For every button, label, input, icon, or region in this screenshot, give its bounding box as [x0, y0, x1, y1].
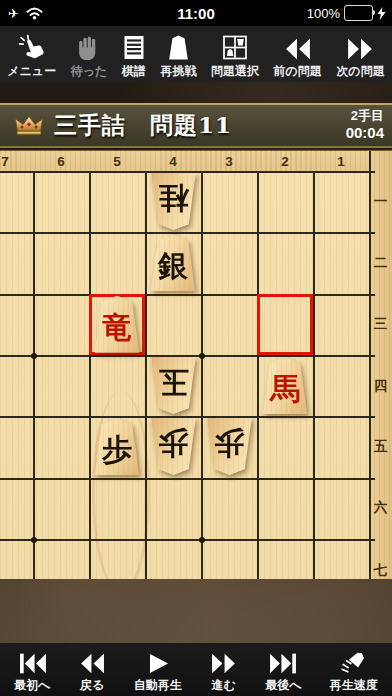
record-document-icon: [122, 33, 146, 61]
charging-bolt-icon: [377, 7, 386, 20]
square-5三[interactable]: 竜: [89, 294, 145, 355]
grid-hline: [0, 294, 375, 296]
previous-problem-button[interactable]: 前の問題: [274, 28, 322, 80]
skip-to-start-icon: [18, 652, 47, 675]
file-label-5: 5: [89, 151, 145, 171]
step-back-button[interactable]: 戻る: [79, 646, 106, 694]
shogi-piece-歩-3五[interactable]: 歩: [205, 418, 254, 475]
puzzle-header: 三手詰 問題11 2手目 00:04: [0, 103, 392, 148]
shogi-piece-玉-4四[interactable]: 玉: [149, 357, 198, 414]
square-5五[interactable]: 歩: [89, 416, 145, 477]
shogi-piece-歩-4五[interactable]: 歩: [149, 418, 198, 475]
grid-hline: [0, 539, 375, 541]
double-right-arrow-icon: [346, 33, 374, 61]
auto-play-label: 自動再生: [134, 677, 182, 694]
go-to-last-label: 最後へ: [265, 677, 301, 694]
square-4二[interactable]: 銀: [145, 232, 201, 293]
skip-to-end-icon: [269, 652, 298, 675]
next-problem-button[interactable]: 次の問題: [336, 28, 384, 80]
retry-label: 再挑戦: [160, 63, 196, 80]
piece-body: 桂: [149, 173, 198, 230]
shogi-piece-銀-4二[interactable]: 銀: [149, 234, 198, 291]
timer: 00:04: [346, 124, 384, 143]
rank-label-6: 六: [369, 478, 392, 539]
piece-kanji: 歩: [158, 428, 188, 458]
tap-hand-icon: [18, 33, 45, 61]
go-to-first-label: 最初へ: [14, 677, 50, 694]
next-problem-label: 次の問題: [336, 63, 384, 80]
playback-toolbar: 最初へ 戻る 自動再生 進む 最後へ: [0, 643, 392, 696]
star-point: [31, 537, 37, 543]
square-3五[interactable]: 歩: [201, 416, 257, 477]
undo-label: 待った: [71, 63, 108, 80]
shogi-piece-桂-4一[interactable]: 桂: [149, 173, 198, 230]
app-screen: ✈ 11:00 100%: [0, 0, 392, 696]
game-record-label: 棋譜: [122, 63, 146, 80]
star-point: [199, 537, 205, 543]
shogi-piece-竜-5三[interactable]: 竜: [93, 296, 142, 353]
menu-button[interactable]: メニュー: [7, 28, 56, 80]
file-label-4: 4: [145, 151, 201, 171]
piece-body: 歩: [149, 418, 198, 475]
problem-select-button[interactable]: 問題選択: [211, 28, 259, 80]
shogi-board[interactable]: 7654321一二三四五六七桂銀竜玉馬歩歩歩: [0, 150, 392, 579]
piece-body: 歩: [205, 418, 254, 475]
flying-piece-icon: [340, 650, 367, 675]
fast-forward-icon: [210, 652, 237, 675]
piece-body: 銀: [149, 234, 198, 291]
rank-label-4: 四: [369, 355, 392, 416]
move-highlight-2三: [257, 294, 313, 355]
square-4四[interactable]: 玉: [145, 355, 201, 416]
rank-label-5: 五: [369, 416, 392, 477]
undo-button[interactable]: 待った: [71, 28, 108, 80]
main-area: 三手詰 問題11 2手目 00:04 7654321一二三四五六七桂銀竜玉馬歩歩…: [0, 82, 392, 643]
file-label-1: 1: [313, 151, 369, 171]
file-label-3: 3: [201, 151, 257, 171]
piece-kanji: 玉: [158, 367, 188, 397]
piece-body: 竜: [93, 296, 142, 353]
piece-body: 歩: [93, 418, 142, 475]
square-4一[interactable]: 桂: [145, 171, 201, 232]
battery-icon: [344, 5, 373, 21]
shogi-piece-歩-5五[interactable]: 歩: [93, 418, 142, 475]
rank-label-1: 一: [369, 171, 392, 232]
step-forward-label: 進む: [211, 677, 235, 694]
step-forward-button[interactable]: 進む: [210, 646, 237, 694]
battery-percent: 100%: [307, 6, 340, 21]
playback-speed-button[interactable]: 再生速度: [330, 646, 378, 694]
double-left-arrow-icon: [284, 33, 312, 61]
piece-kanji: 馬: [270, 374, 300, 404]
piece-kanji: 竜: [102, 313, 132, 343]
square-4五[interactable]: 歩: [145, 416, 201, 477]
problem-select-label: 問題選択: [211, 63, 259, 80]
move-counter: 2手目: [346, 108, 384, 124]
grid-vline-right-edge: [369, 151, 371, 579]
piece-kanji: 桂: [158, 183, 188, 213]
top-toolbar: メニュー 待った: [0, 26, 392, 82]
piece-kanji: 歩: [102, 435, 132, 465]
rank-label-2: 二: [369, 232, 392, 293]
rank-label-3: 三: [369, 294, 392, 355]
retry-button[interactable]: 再挑戦: [160, 28, 196, 80]
play-icon: [146, 652, 170, 675]
file-label-2: 2: [257, 151, 313, 171]
go-to-first-button[interactable]: 最初へ: [14, 646, 50, 694]
square-2四[interactable]: 馬: [257, 355, 313, 416]
previous-problem-label: 前の問題: [274, 63, 322, 80]
menu-label: メニュー: [7, 63, 56, 80]
file-label-6: 6: [33, 151, 89, 171]
piece-body: 馬: [261, 357, 310, 414]
file-label-7: 7: [0, 151, 33, 171]
playback-speed-label: 再生速度: [330, 677, 378, 694]
grid-hline: [0, 478, 375, 480]
open-hand-icon: [76, 33, 102, 61]
step-back-label: 戻る: [80, 677, 104, 694]
auto-play-button[interactable]: 自動再生: [134, 646, 182, 694]
piece-kanji: 銀: [158, 251, 188, 281]
puzzle-number: 問題11: [150, 110, 232, 141]
rewind-icon: [79, 652, 106, 675]
star-point: [31, 353, 37, 359]
go-to-last-button[interactable]: 最後へ: [265, 646, 301, 694]
shogi-piece-icon: [166, 33, 191, 61]
grid-pieces-icon: [222, 33, 248, 61]
rank-label-7: 七: [369, 539, 392, 579]
crown-icon: [14, 115, 44, 137]
piece-body: 玉: [149, 357, 198, 414]
shogi-piece-馬-2四[interactable]: 馬: [261, 357, 310, 414]
puzzle-category: 三手詰: [54, 110, 126, 141]
piece-kanji: 歩: [214, 428, 244, 458]
status-bar: ✈ 11:00 100%: [0, 0, 392, 26]
game-record-button[interactable]: 棋譜: [122, 28, 146, 80]
